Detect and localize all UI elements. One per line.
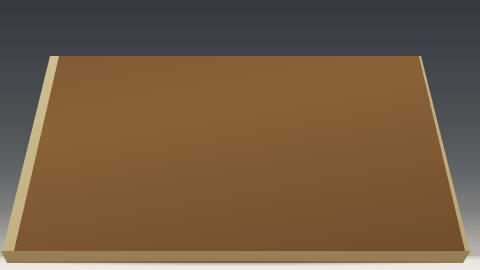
chess-board [0, 0, 480, 270]
chess-photo-scene [0, 0, 480, 270]
